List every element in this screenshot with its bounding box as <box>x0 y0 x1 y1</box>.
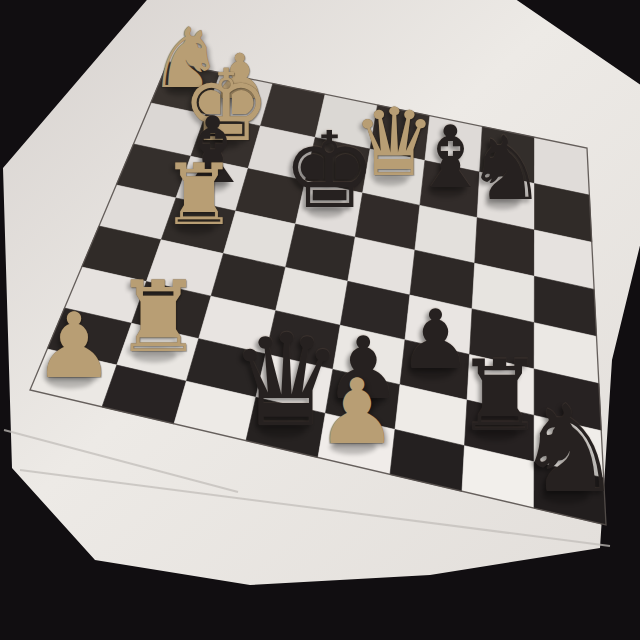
piece-black-knight[interactable]: ♞ <box>515 389 623 510</box>
piece-white-rook[interactable]: ♜ <box>161 153 237 237</box>
piece-white-rook[interactable]: ♜ <box>114 268 202 366</box>
piece-white-pawn[interactable]: ♟ <box>34 300 115 390</box>
piece-black-knight[interactable]: ♞ <box>467 125 546 213</box>
piece-white-pawn[interactable]: ♟ <box>317 366 398 456</box>
photo-stage: ♞♟♚♛♝♞♝♚♜♟♜♟♜♟♛♟♞ <box>0 0 640 640</box>
piece-black-king[interactable]: ♚ <box>283 119 377 224</box>
